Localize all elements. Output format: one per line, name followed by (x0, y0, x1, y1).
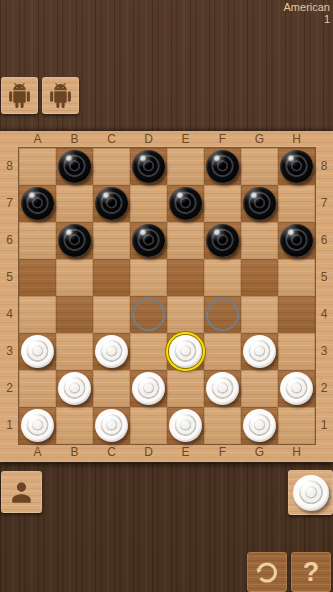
rank-label: 7 (0, 185, 19, 222)
square-f1[interactable] (204, 407, 241, 444)
rank-label: 2 (315, 370, 333, 407)
square-h6[interactable] (278, 222, 315, 259)
square-f7[interactable] (204, 185, 241, 222)
file-label: G (241, 444, 278, 462)
square-e6[interactable] (167, 222, 204, 259)
white-man-a1[interactable] (21, 409, 54, 442)
file-label: E (167, 444, 204, 462)
black-man-b6[interactable] (58, 224, 91, 257)
rank-label: 7 (315, 185, 333, 222)
file-label: F (204, 131, 241, 148)
square-d2[interactable] (130, 370, 167, 407)
square-e4[interactable] (167, 296, 204, 333)
square-g4[interactable] (241, 296, 278, 333)
black-man-d6[interactable] (132, 224, 165, 257)
square-b2[interactable] (56, 370, 93, 407)
square-g2[interactable] (241, 370, 278, 407)
file-label: C (93, 444, 130, 462)
file-label: D (130, 444, 167, 462)
square-b8[interactable] (56, 148, 93, 185)
white-man-b2[interactable] (58, 372, 91, 405)
square-c6[interactable] (93, 222, 130, 259)
square-b1[interactable] (56, 407, 93, 444)
square-g5[interactable] (241, 259, 278, 296)
ai-player-button-1[interactable] (1, 77, 38, 114)
square-a3[interactable] (19, 333, 56, 370)
rank-label: 1 (315, 407, 333, 444)
square-g3[interactable] (241, 333, 278, 370)
file-label: A (19, 444, 56, 462)
file-label: H (278, 131, 315, 148)
rank-labels-right: 87654321 (315, 148, 333, 444)
white-checker-icon (293, 475, 329, 511)
file-label: E (167, 131, 204, 148)
file-label: C (93, 131, 130, 148)
black-man-e7[interactable] (169, 187, 202, 220)
white-man-c1[interactable] (95, 409, 128, 442)
question-mark-icon: ? (303, 552, 320, 592)
android-robot-icon (48, 83, 73, 108)
square-h8[interactable] (278, 148, 315, 185)
white-man-g1[interactable] (243, 409, 276, 442)
rank-label: 5 (315, 259, 333, 296)
black-man-c7[interactable] (95, 187, 128, 220)
rank-label: 8 (315, 148, 333, 185)
file-label: H (278, 444, 315, 462)
file-labels-top: ABCDEFGH (19, 131, 315, 148)
square-d4[interactable] (130, 296, 167, 333)
square-a6[interactable] (19, 222, 56, 259)
square-b7[interactable] (56, 185, 93, 222)
square-d3[interactable] (130, 333, 167, 370)
square-e7[interactable] (167, 185, 204, 222)
rank-label: 6 (315, 222, 333, 259)
white-man-c3[interactable] (95, 335, 128, 368)
white-man-g3[interactable] (243, 335, 276, 368)
square-e2[interactable] (167, 370, 204, 407)
square-e3[interactable] (167, 333, 204, 370)
square-c2[interactable] (93, 370, 130, 407)
rank-label: 4 (0, 296, 19, 333)
square-f2[interactable] (204, 370, 241, 407)
rank-label: 5 (0, 259, 19, 296)
rank-label: 3 (315, 333, 333, 370)
square-c8[interactable] (93, 148, 130, 185)
undo-icon (253, 558, 281, 586)
square-d1[interactable] (130, 407, 167, 444)
checkers-app: American 1 ABCDEFGH ABCDEFGH 87654321 87… (0, 0, 333, 592)
white-man-e1[interactable] (169, 409, 202, 442)
square-d6[interactable] (130, 222, 167, 259)
square-e8[interactable] (167, 148, 204, 185)
square-h4[interactable] (278, 296, 315, 333)
move-target-d4[interactable] (132, 298, 165, 331)
square-c7[interactable] (93, 185, 130, 222)
square-c5[interactable] (93, 259, 130, 296)
square-d5[interactable] (130, 259, 167, 296)
square-g8[interactable] (241, 148, 278, 185)
black-man-h6[interactable] (280, 224, 313, 257)
square-a2[interactable] (19, 370, 56, 407)
variant-label: American (284, 2, 330, 14)
file-label: F (204, 444, 241, 462)
rank-label: 4 (315, 296, 333, 333)
square-d7[interactable] (130, 185, 167, 222)
square-c1[interactable] (93, 407, 130, 444)
white-man-d2[interactable] (132, 372, 165, 405)
black-man-f8[interactable] (206, 150, 239, 183)
square-b3[interactable] (56, 333, 93, 370)
square-a7[interactable] (19, 185, 56, 222)
black-man-d8[interactable] (132, 150, 165, 183)
rank-label: 1 (0, 407, 19, 444)
square-a1[interactable] (19, 407, 56, 444)
file-label: A (19, 131, 56, 148)
person-icon (8, 479, 35, 506)
turn-indicator-tray (288, 470, 333, 515)
square-f5[interactable] (204, 259, 241, 296)
rank-label: 6 (0, 222, 19, 259)
square-f6[interactable] (204, 222, 241, 259)
rank-label: 3 (0, 333, 19, 370)
square-f4[interactable] (204, 296, 241, 333)
square-b6[interactable] (56, 222, 93, 259)
help-button[interactable]: ? (291, 552, 331, 592)
ai-player-button-2[interactable] (42, 77, 79, 114)
white-man-e3[interactable] (169, 335, 202, 368)
square-e5[interactable] (167, 259, 204, 296)
square-a4[interactable] (19, 296, 56, 333)
square-g6[interactable] (241, 222, 278, 259)
file-label: G (241, 131, 278, 148)
black-man-a7[interactable] (21, 187, 54, 220)
black-man-b8[interactable] (58, 150, 91, 183)
black-man-g7[interactable] (243, 187, 276, 220)
square-g1[interactable] (241, 407, 278, 444)
black-man-f6[interactable] (206, 224, 239, 257)
square-h7[interactable] (278, 185, 315, 222)
rank-label: 8 (0, 148, 19, 185)
file-label: B (56, 131, 93, 148)
human-player-button[interactable] (1, 471, 42, 513)
square-b4[interactable] (56, 296, 93, 333)
square-a5[interactable] (19, 259, 56, 296)
square-c3[interactable] (93, 333, 130, 370)
square-b5[interactable] (56, 259, 93, 296)
square-h5[interactable] (278, 259, 315, 296)
square-h2[interactable] (278, 370, 315, 407)
file-label: D (130, 131, 167, 148)
rank-label: 2 (0, 370, 19, 407)
android-robot-icon (7, 83, 32, 108)
undo-button[interactable] (247, 552, 287, 592)
square-f3[interactable] (204, 333, 241, 370)
rank-labels-left: 87654321 (0, 148, 19, 444)
white-man-a3[interactable] (21, 335, 54, 368)
square-c4[interactable] (93, 296, 130, 333)
checkers-board: ABCDEFGH ABCDEFGH 87654321 87654321 (0, 131, 333, 462)
file-labels-bottom: ABCDEFGH (19, 444, 315, 462)
square-a8[interactable] (19, 148, 56, 185)
move-target-f4[interactable] (206, 298, 239, 331)
file-label: B (56, 444, 93, 462)
square-d8[interactable] (130, 148, 167, 185)
square-h3[interactable] (278, 333, 315, 370)
square-g7[interactable] (241, 185, 278, 222)
square-h1[interactable] (278, 407, 315, 444)
board-grid (19, 148, 315, 444)
game-info: American 1 (284, 2, 330, 25)
move-number: 1 (284, 14, 330, 26)
square-e1[interactable] (167, 407, 204, 444)
black-man-h8[interactable] (280, 150, 313, 183)
white-man-f2[interactable] (206, 372, 239, 405)
square-f8[interactable] (204, 148, 241, 185)
white-man-h2[interactable] (280, 372, 313, 405)
